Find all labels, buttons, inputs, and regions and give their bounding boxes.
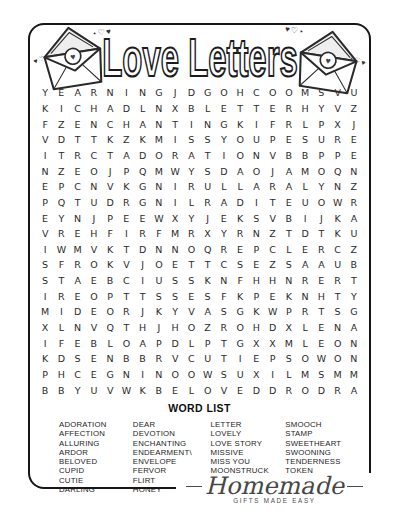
grid-cell-r15c15[interactable]: W	[265, 304, 281, 320]
grid-cell-r18c18[interactable]: W	[313, 351, 329, 367]
grid-cell-r16c10[interactable]: O	[183, 320, 199, 336]
grid-cell-r6c10[interactable]: Y	[183, 163, 199, 179]
grid-cell-r3c16[interactable]: R	[281, 116, 297, 132]
grid-cell-r16c9[interactable]: H	[167, 320, 183, 336]
grid-cell-r9c15[interactable]: V	[265, 210, 281, 226]
grid-cell-r20c14[interactable]: D	[248, 382, 264, 398]
grid-cell-r15c3[interactable]: D	[70, 304, 86, 320]
grid-cell-r1c20[interactable]: U	[346, 85, 362, 101]
grid-cell-r4c16[interactable]: E	[281, 132, 297, 148]
grid-cell-r17c10[interactable]: L	[183, 335, 199, 351]
grid-cell-r4c10[interactable]: S	[183, 132, 199, 148]
grid-cell-r11c1[interactable]: I	[37, 241, 53, 257]
grid-cell-r20c12[interactable]: V	[216, 382, 232, 398]
grid-cell-r2c6[interactable]: D	[118, 101, 134, 117]
grid-cell-r15c18[interactable]: T	[313, 304, 329, 320]
grid-cell-r14c12[interactable]: F	[216, 288, 232, 304]
grid-cell-r5c12[interactable]: I	[216, 148, 232, 164]
grid-cell-r17c8[interactable]: P	[151, 335, 167, 351]
grid-cell-r20c6[interactable]: W	[118, 382, 134, 398]
grid-cell-r11c4[interactable]: V	[86, 241, 102, 257]
grid-cell-r15c13[interactable]: G	[232, 304, 248, 320]
grid-cell-r16c13[interactable]: O	[232, 320, 248, 336]
grid-cell-r13c16[interactable]: N	[281, 273, 297, 289]
grid-cell-r12c15[interactable]: Z	[265, 257, 281, 273]
grid-cell-r11c6[interactable]: T	[118, 241, 134, 257]
grid-cell-r19c14[interactable]: X	[248, 367, 264, 383]
grid-cell-r19c10[interactable]: O	[183, 367, 199, 383]
grid-cell-r3c11[interactable]: N	[200, 116, 216, 132]
grid-cell-r15c16[interactable]: P	[281, 304, 297, 320]
grid-cell-r10c18[interactable]: T	[313, 226, 329, 242]
grid-cell-r13c11[interactable]: K	[200, 273, 216, 289]
grid-cell-r11c12[interactable]: R	[216, 241, 232, 257]
grid-cell-r1c5[interactable]: N	[102, 85, 118, 101]
grid-cell-r5c14[interactable]: N	[248, 148, 264, 164]
grid-cell-r5c5[interactable]: T	[102, 148, 118, 164]
grid-cell-r6c9[interactable]: W	[167, 163, 183, 179]
grid-cell-r9c5[interactable]: P	[102, 210, 118, 226]
grid-cell-r11c7[interactable]: D	[135, 241, 151, 257]
grid-cell-r6c19[interactable]: Q	[330, 163, 346, 179]
grid-cell-r17c18[interactable]: E	[313, 335, 329, 351]
grid-cell-r8c2[interactable]: Q	[53, 195, 69, 211]
grid-cell-r20c4[interactable]: U	[86, 382, 102, 398]
grid-cell-r5c9[interactable]: R	[167, 148, 183, 164]
grid-cell-r7c2[interactable]: P	[53, 179, 69, 195]
grid-cell-r18c10[interactable]: C	[183, 351, 199, 367]
grid-cell-r1c8[interactable]: G	[151, 85, 167, 101]
grid-cell-r19c1[interactable]: P	[37, 367, 53, 383]
grid-cell-r14c17[interactable]: N	[297, 288, 313, 304]
grid-cell-r2c10[interactable]: B	[183, 101, 199, 117]
grid-cell-r11c15[interactable]: C	[265, 241, 281, 257]
grid-cell-r17c19[interactable]: O	[330, 335, 346, 351]
grid-cell-r4c4[interactable]: T	[86, 132, 102, 148]
grid-cell-r7c19[interactable]: N	[330, 179, 346, 195]
grid-cell-r3c9[interactable]: T	[167, 116, 183, 132]
grid-cell-r16c12[interactable]: R	[216, 320, 232, 336]
grid-cell-r3c13[interactable]: K	[232, 116, 248, 132]
grid-cell-r10c6[interactable]: I	[118, 226, 134, 242]
grid-cell-r9c1[interactable]: E	[37, 210, 53, 226]
grid-cell-r12c14[interactable]: E	[248, 257, 264, 273]
grid-cell-r17c5[interactable]: L	[102, 335, 118, 351]
grid-cell-r3c18[interactable]: P	[313, 116, 329, 132]
grid-cell-r10c20[interactable]: U	[346, 226, 362, 242]
grid-cell-r13c19[interactable]: R	[330, 273, 346, 289]
grid-cell-r13c2[interactable]: T	[53, 273, 69, 289]
grid-cell-r19c13[interactable]: U	[232, 367, 248, 383]
grid-cell-r12c10[interactable]: T	[183, 257, 199, 273]
grid-cell-r20c11[interactable]: O	[200, 382, 216, 398]
grid-cell-r19c7[interactable]: I	[135, 367, 151, 383]
grid-cell-r11c13[interactable]: E	[232, 241, 248, 257]
grid-cell-r1c12[interactable]: O	[216, 85, 232, 101]
grid-cell-r18c11[interactable]: U	[200, 351, 216, 367]
grid-cell-r18c2[interactable]: D	[53, 351, 69, 367]
grid-cell-r13c9[interactable]: S	[167, 273, 183, 289]
grid-cell-r15c5[interactable]: O	[102, 304, 118, 320]
grid-cell-r1c16[interactable]: O	[281, 85, 297, 101]
grid-cell-r1c7[interactable]: N	[135, 85, 151, 101]
grid-cell-r4c13[interactable]: O	[232, 132, 248, 148]
grid-cell-r4c17[interactable]: S	[297, 132, 313, 148]
grid-cell-r19c3[interactable]: C	[70, 367, 86, 383]
grid-cell-r5c18[interactable]: P	[313, 148, 329, 164]
grid-cell-r17c20[interactable]: N	[346, 335, 362, 351]
grid-cell-r8c10[interactable]: L	[183, 195, 199, 211]
grid-cell-r15c4[interactable]: E	[86, 304, 102, 320]
grid-cell-r13c8[interactable]: U	[151, 273, 167, 289]
grid-cell-r19c9[interactable]: O	[167, 367, 183, 383]
grid-cell-r17c16[interactable]: M	[281, 335, 297, 351]
grid-cell-r1c17[interactable]: M	[297, 85, 313, 101]
grid-cell-r14c9[interactable]: S	[167, 288, 183, 304]
grid-cell-r17c12[interactable]: T	[216, 335, 232, 351]
grid-cell-r16c6[interactable]: T	[118, 320, 134, 336]
grid-cell-r9c13[interactable]: K	[232, 210, 248, 226]
grid-cell-r12c13[interactable]: S	[232, 257, 248, 273]
grid-cell-r11c17[interactable]: E	[297, 241, 313, 257]
grid-cell-r4c11[interactable]: S	[200, 132, 216, 148]
grid-cell-r10c17[interactable]: D	[297, 226, 313, 242]
grid-cell-r16c16[interactable]: X	[281, 320, 297, 336]
grid-cell-r9c4[interactable]: J	[86, 210, 102, 226]
grid-cell-r13c1[interactable]: S	[37, 273, 53, 289]
grid-cell-r3c12[interactable]: G	[216, 116, 232, 132]
grid-cell-r2c12[interactable]: E	[216, 101, 232, 117]
grid-cell-r14c2[interactable]: R	[53, 288, 69, 304]
grid-cell-r13c7[interactable]: I	[135, 273, 151, 289]
grid-cell-r17c1[interactable]: I	[37, 335, 53, 351]
grid-cell-r5c19[interactable]: P	[330, 148, 346, 164]
grid-cell-r17c9[interactable]: D	[167, 335, 183, 351]
grid-cell-r11c18[interactable]: R	[313, 241, 329, 257]
grid-cell-r7c14[interactable]: A	[248, 179, 264, 195]
grid-cell-r4c9[interactable]: I	[167, 132, 183, 148]
grid-cell-r16c5[interactable]: Q	[102, 320, 118, 336]
grid-cell-r1c2[interactable]: E	[53, 85, 69, 101]
grid-cell-r14c6[interactable]: T	[118, 288, 134, 304]
grid-cell-r7c8[interactable]: N	[151, 179, 167, 195]
grid-cell-r1c11[interactable]: G	[200, 85, 216, 101]
grid-cell-r9c8[interactable]: W	[151, 210, 167, 226]
grid-cell-r2c8[interactable]: N	[151, 101, 167, 117]
grid-cell-r17c4[interactable]: B	[86, 335, 102, 351]
grid-cell-r1c14[interactable]: C	[248, 85, 264, 101]
grid-cell-r7c1[interactable]: E	[37, 179, 53, 195]
grid-cell-r14c1[interactable]: I	[37, 288, 53, 304]
grid-cell-r18c5[interactable]: N	[102, 351, 118, 367]
grid-cell-r18c14[interactable]: E	[248, 351, 264, 367]
grid-cell-r9c9[interactable]: X	[167, 210, 183, 226]
grid-cell-r16c14[interactable]: H	[248, 320, 264, 336]
grid-cell-r12c3[interactable]: R	[70, 257, 86, 273]
grid-cell-r18c1[interactable]: K	[37, 351, 53, 367]
grid-cell-r13c15[interactable]: H	[265, 273, 281, 289]
grid-cell-r17c11[interactable]: P	[200, 335, 216, 351]
grid-cell-r2c5[interactable]: A	[102, 101, 118, 117]
grid-cell-r20c20[interactable]: A	[346, 382, 362, 398]
grid-cell-r10c4[interactable]: H	[86, 226, 102, 242]
grid-cell-r1c6[interactable]: I	[118, 85, 134, 101]
grid-cell-r3c3[interactable]: E	[70, 116, 86, 132]
grid-cell-r20c8[interactable]: B	[151, 382, 167, 398]
grid-cell-r15c17[interactable]: R	[297, 304, 313, 320]
grid-cell-r12c11[interactable]: T	[200, 257, 216, 273]
grid-cell-r12c16[interactable]: S	[281, 257, 297, 273]
grid-cell-r8c8[interactable]: N	[151, 195, 167, 211]
grid-cell-r19c17[interactable]: M	[297, 367, 313, 383]
grid-cell-r3c20[interactable]: J	[346, 116, 362, 132]
grid-cell-r15c10[interactable]: V	[183, 304, 199, 320]
grid-cell-r13c6[interactable]: C	[118, 273, 134, 289]
grid-cell-r2c2[interactable]: I	[53, 101, 69, 117]
grid-cell-r19c4[interactable]: E	[86, 367, 102, 383]
grid-cell-r20c18[interactable]: D	[313, 382, 329, 398]
grid-cell-r1c4[interactable]: R	[86, 85, 102, 101]
grid-cell-r2c14[interactable]: T	[248, 101, 264, 117]
grid-cell-r4c20[interactable]: E	[346, 132, 362, 148]
grid-cell-r11c5[interactable]: K	[102, 241, 118, 257]
grid-cell-r14c5[interactable]: P	[102, 288, 118, 304]
grid-cell-r5c15[interactable]: V	[265, 148, 281, 164]
grid-cell-r10c3[interactable]: E	[70, 226, 86, 242]
grid-cell-r20c9[interactable]: E	[167, 382, 183, 398]
grid-cell-r10c2[interactable]: R	[53, 226, 69, 242]
grid-cell-r15c9[interactable]: Y	[167, 304, 183, 320]
grid-cell-r4c8[interactable]: M	[151, 132, 167, 148]
grid-cell-r11c19[interactable]: C	[330, 241, 346, 257]
grid-cell-r7c13[interactable]: L	[232, 179, 248, 195]
grid-cell-r11c3[interactable]: M	[70, 241, 86, 257]
grid-cell-r4c19[interactable]: R	[330, 132, 346, 148]
grid-cell-r12c6[interactable]: V	[118, 257, 134, 273]
grid-cell-r1c9[interactable]: J	[167, 85, 183, 101]
grid-cell-r12c7[interactable]: J	[135, 257, 151, 273]
grid-cell-r16c18[interactable]: E	[313, 320, 329, 336]
grid-cell-r1c19[interactable]: V	[330, 85, 346, 101]
grid-cell-r10c7[interactable]: R	[135, 226, 151, 242]
grid-cell-r3c15[interactable]: F	[265, 116, 281, 132]
grid-cell-r6c15[interactable]: J	[265, 163, 281, 179]
grid-cell-r10c12[interactable]: Y	[216, 226, 232, 242]
grid-cell-r6c17[interactable]: M	[297, 163, 313, 179]
grid-cell-r18c15[interactable]: P	[265, 351, 281, 367]
grid-cell-r15c7[interactable]: J	[135, 304, 151, 320]
grid-cell-r18c20[interactable]: N	[346, 351, 362, 367]
grid-cell-r2c7[interactable]: L	[135, 101, 151, 117]
grid-cell-r14c8[interactable]: S	[151, 288, 167, 304]
grid-cell-r9c18[interactable]: J	[313, 210, 329, 226]
grid-cell-r8c6[interactable]: R	[118, 195, 134, 211]
grid-cell-r5c16[interactable]: B	[281, 148, 297, 164]
grid-cell-r15c19[interactable]: S	[330, 304, 346, 320]
grid-cell-r10c15[interactable]: Z	[265, 226, 281, 242]
grid-cell-r8c14[interactable]: I	[248, 195, 264, 211]
grid-cell-r4c14[interactable]: U	[248, 132, 264, 148]
grid-cell-r18c8[interactable]: R	[151, 351, 167, 367]
grid-cell-r1c13[interactable]: H	[232, 85, 248, 101]
grid-cell-r14c20[interactable]: Y	[346, 288, 362, 304]
grid-cell-r13c12[interactable]: N	[216, 273, 232, 289]
grid-cell-r14c16[interactable]: K	[281, 288, 297, 304]
grid-cell-r17c15[interactable]: X	[265, 335, 281, 351]
grid-cell-r8c17[interactable]: U	[297, 195, 313, 211]
grid-cell-r15c6[interactable]: R	[118, 304, 134, 320]
grid-cell-r9c12[interactable]: E	[216, 210, 232, 226]
grid-cell-r16c2[interactable]: L	[53, 320, 69, 336]
grid-cell-r14c15[interactable]: E	[265, 288, 281, 304]
grid-cell-r19c20[interactable]: M	[346, 367, 362, 383]
grid-cell-r13c14[interactable]: H	[248, 273, 264, 289]
grid-cell-r14c14[interactable]: P	[248, 288, 264, 304]
grid-cell-r7c5[interactable]: V	[102, 179, 118, 195]
grid-cell-r17c17[interactable]: L	[297, 335, 313, 351]
grid-cell-r2c11[interactable]: L	[200, 101, 216, 117]
grid-cell-r1c10[interactable]: D	[183, 85, 199, 101]
grid-cell-r6c3[interactable]: E	[70, 163, 86, 179]
grid-cell-r10c11[interactable]: X	[200, 226, 216, 242]
grid-cell-r9c16[interactable]: B	[281, 210, 297, 226]
grid-cell-r2c19[interactable]: V	[330, 101, 346, 117]
grid-cell-r4c5[interactable]: K	[102, 132, 118, 148]
grid-cell-r3c6[interactable]: H	[118, 116, 134, 132]
grid-cell-r16c17[interactable]: L	[297, 320, 313, 336]
grid-cell-r3c10[interactable]: I	[183, 116, 199, 132]
grid-cell-r4c2[interactable]: D	[53, 132, 69, 148]
grid-cell-r2c18[interactable]: Y	[313, 101, 329, 117]
grid-cell-r3c8[interactable]: N	[151, 116, 167, 132]
grid-cell-r4c1[interactable]: V	[37, 132, 53, 148]
grid-cell-r13c13[interactable]: F	[232, 273, 248, 289]
grid-cell-r2c15[interactable]: E	[265, 101, 281, 117]
grid-cell-r20c19[interactable]: R	[330, 382, 346, 398]
grid-cell-r8c18[interactable]: O	[313, 195, 329, 211]
grid-cell-r18c3[interactable]: S	[70, 351, 86, 367]
grid-cell-r20c13[interactable]: E	[232, 382, 248, 398]
grid-cell-r1c3[interactable]: A	[70, 85, 86, 101]
grid-cell-r20c10[interactable]: L	[183, 382, 199, 398]
grid-cell-r14c19[interactable]: T	[330, 288, 346, 304]
grid-cell-r14c3[interactable]: E	[70, 288, 86, 304]
grid-cell-r20c16[interactable]: R	[281, 382, 297, 398]
grid-cell-r5c8[interactable]: O	[151, 148, 167, 164]
grid-cell-r8c3[interactable]: T	[70, 195, 86, 211]
grid-cell-r3c2[interactable]: Z	[53, 116, 69, 132]
grid-cell-r16c4[interactable]: V	[86, 320, 102, 336]
grid-cell-r6c13[interactable]: A	[232, 163, 248, 179]
grid-cell-r7c11[interactable]: U	[200, 179, 216, 195]
grid-cell-r10c5[interactable]: F	[102, 226, 118, 242]
grid-cell-r4c18[interactable]: U	[313, 132, 329, 148]
grid-cell-r18c12[interactable]: T	[216, 351, 232, 367]
grid-cell-r11c11[interactable]: Q	[200, 241, 216, 257]
grid-cell-r5c10[interactable]: A	[183, 148, 199, 164]
grid-cell-r4c12[interactable]: Y	[216, 132, 232, 148]
grid-cell-r17c14[interactable]: X	[248, 335, 264, 351]
grid-cell-r16c11[interactable]: Z	[200, 320, 216, 336]
grid-cell-r13c18[interactable]: E	[313, 273, 329, 289]
grid-cell-r5c3[interactable]: R	[70, 148, 86, 164]
grid-cell-r12c2[interactable]: F	[53, 257, 69, 273]
grid-cell-r2c17[interactable]: H	[297, 101, 313, 117]
grid-cell-r2c20[interactable]: Z	[346, 101, 362, 117]
grid-cell-r12c8[interactable]: O	[151, 257, 167, 273]
grid-cell-r16c8[interactable]: J	[151, 320, 167, 336]
grid-cell-r7c15[interactable]: R	[265, 179, 281, 195]
grid-cell-r16c19[interactable]: N	[330, 320, 346, 336]
grid-cell-r9c14[interactable]: S	[248, 210, 264, 226]
grid-cell-r3c1[interactable]: F	[37, 116, 53, 132]
grid-cell-r18c13[interactable]: I	[232, 351, 248, 367]
grid-cell-r5c20[interactable]: E	[346, 148, 362, 164]
grid-cell-r7c20[interactable]: Z	[346, 179, 362, 195]
grid-cell-r8c7[interactable]: G	[135, 195, 151, 211]
grid-cell-r19c5[interactable]: G	[102, 367, 118, 383]
grid-cell-r13c10[interactable]: S	[183, 273, 199, 289]
grid-cell-r11c2[interactable]: W	[53, 241, 69, 257]
grid-cell-r12c17[interactable]: A	[297, 257, 313, 273]
grid-cell-r4c3[interactable]: T	[70, 132, 86, 148]
grid-cell-r7c7[interactable]: G	[135, 179, 151, 195]
grid-cell-r7c10[interactable]: R	[183, 179, 199, 195]
grid-cell-r13c5[interactable]: B	[102, 273, 118, 289]
grid-cell-r6c20[interactable]: N	[346, 163, 362, 179]
grid-cell-r14c11[interactable]: S	[200, 288, 216, 304]
grid-cell-r12c5[interactable]: K	[102, 257, 118, 273]
grid-cell-r9c20[interactable]: A	[346, 210, 362, 226]
grid-cell-r13c4[interactable]: E	[86, 273, 102, 289]
grid-cell-r8c9[interactable]: I	[167, 195, 183, 211]
grid-cell-r10c13[interactable]: R	[232, 226, 248, 242]
grid-cell-r9c19[interactable]: K	[330, 210, 346, 226]
grid-cell-r11c20[interactable]: Z	[346, 241, 362, 257]
grid-cell-r5c2[interactable]: T	[53, 148, 69, 164]
grid-cell-r13c20[interactable]: T	[346, 273, 362, 289]
grid-cell-r15c1[interactable]: M	[37, 304, 53, 320]
grid-cell-r10c10[interactable]: R	[183, 226, 199, 242]
grid-cell-r2c16[interactable]: R	[281, 101, 297, 117]
grid-cell-r7c17[interactable]: L	[297, 179, 313, 195]
grid-cell-r10c19[interactable]: K	[330, 226, 346, 242]
grid-cell-r11c9[interactable]: N	[167, 241, 183, 257]
grid-cell-r15c8[interactable]: K	[151, 304, 167, 320]
grid-cell-r6c4[interactable]: O	[86, 163, 102, 179]
grid-cell-r12c19[interactable]: U	[330, 257, 346, 273]
grid-cell-r8c1[interactable]: P	[37, 195, 53, 211]
grid-cell-r3c14[interactable]: I	[248, 116, 264, 132]
grid-cell-r12c9[interactable]: E	[167, 257, 183, 273]
grid-cell-r11c14[interactable]: P	[248, 241, 264, 257]
grid-cell-r1c1[interactable]: Y	[37, 85, 53, 101]
grid-cell-r5c13[interactable]: O	[232, 148, 248, 164]
grid-cell-r9c17[interactable]: I	[297, 210, 313, 226]
grid-cell-r15c11[interactable]: A	[200, 304, 216, 320]
grid-cell-r7c6[interactable]: K	[118, 179, 134, 195]
grid-cell-r5c4[interactable]: C	[86, 148, 102, 164]
grid-cell-r19c15[interactable]: I	[265, 367, 281, 383]
grid-cell-r18c7[interactable]: B	[135, 351, 151, 367]
grid-cell-r16c1[interactable]: X	[37, 320, 53, 336]
grid-cell-r12c20[interactable]: B	[346, 257, 362, 273]
grid-cell-r11c8[interactable]: N	[151, 241, 167, 257]
grid-cell-r17c7[interactable]: A	[135, 335, 151, 351]
grid-cell-r2c1[interactable]: K	[37, 101, 53, 117]
grid-cell-r10c16[interactable]: T	[281, 226, 297, 242]
grid-cell-r5c7[interactable]: D	[135, 148, 151, 164]
